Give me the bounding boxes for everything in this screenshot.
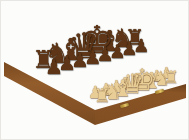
chess-piece-white-rook: ♜ — [94, 86, 111, 105]
pieces-layer: ♜♞♝♛♚♝♞♜♟♟♟♟♟♟♟♟♟♟♟♟♟♟♟♟♜♞♝♛♚♝♞♜ — [0, 0, 189, 140]
chess-set-photo: ♜♞♝♛♚♝♞♜♟♟♟♟♟♟♟♟♟♟♟♟♟♟♟♟♜♞♝♛♚♝♞♜ — [0, 0, 189, 140]
chess-piece-black-pawn: ♟ — [45, 57, 63, 78]
